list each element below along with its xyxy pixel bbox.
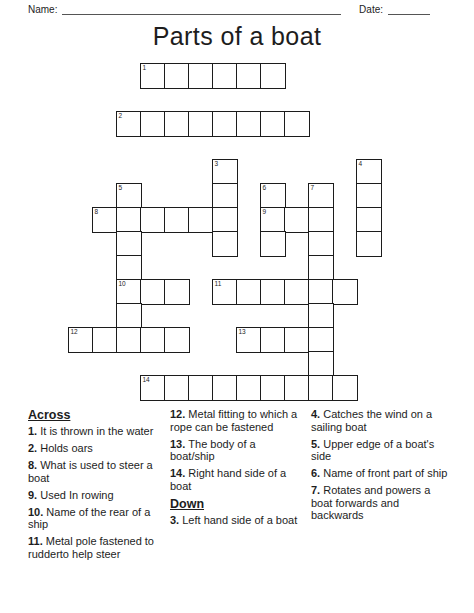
grid-cell-r13c3[interactable]: 14 — [140, 375, 166, 401]
grid-cell-r11c4[interactable] — [164, 327, 190, 353]
grid-cell-r5c10[interactable]: 7 — [308, 183, 334, 209]
clue-number-label: 6. — [311, 467, 323, 479]
grid-cell-r2c2[interactable]: 2 — [116, 111, 142, 137]
clue-1: 1. It is thrown in the water — [28, 425, 158, 438]
grid-cell-r6c5[interactable] — [188, 207, 214, 233]
clue-8: 8. What is used to steer a boat — [28, 459, 158, 484]
grid-cell-r9c11[interactable] — [332, 279, 358, 305]
grid-cell-r0c5[interactable] — [188, 63, 214, 89]
grid-cell-r5c2[interactable]: 5 — [116, 183, 142, 209]
grid-cell-r0c3[interactable]: 1 — [140, 63, 166, 89]
crossword-grid: 1234567891011121314 — [68, 63, 382, 401]
cell-number: 4 — [359, 160, 363, 168]
header: Name: Date: — [28, 3, 430, 15]
clue-9: 9. Used In rowing — [28, 489, 158, 502]
grid-cell-r4c12[interactable]: 4 — [356, 159, 382, 185]
cell-number: 5 — [119, 184, 123, 192]
grid-cell-r9c9[interactable] — [284, 279, 310, 305]
grid-cell-r13c6[interactable] — [212, 375, 238, 401]
grid-cell-r9c6[interactable]: 11 — [212, 279, 238, 305]
cell-number: 8 — [95, 208, 99, 216]
cell-number: 12 — [71, 328, 78, 336]
cell-number: 13 — [239, 328, 246, 336]
cell-number: 14 — [143, 376, 150, 384]
clues-column-2: 12. Metal fitting to which a rope can be… — [170, 408, 299, 565]
clue-number-label: 11. — [28, 535, 46, 547]
grid-cell-r11c3[interactable] — [140, 327, 166, 353]
grid-cell-r7c10[interactable] — [308, 231, 334, 257]
cell-number: 10 — [119, 280, 126, 288]
cell-number: 11 — [215, 280, 222, 288]
grid-cell-r0c8[interactable] — [260, 63, 286, 89]
clue-14: 14. Right hand side of a boat — [170, 467, 299, 492]
date-label: Date: — [359, 4, 388, 15]
clue-number-label: 14. — [170, 467, 188, 479]
grid-cell-r2c7[interactable] — [236, 111, 262, 137]
grid-cell-r13c11[interactable] — [332, 375, 358, 401]
grid-cell-r9c8[interactable] — [260, 279, 286, 305]
grid-cell-r13c10[interactable] — [308, 375, 334, 401]
puzzle-title: Parts of a boat — [0, 22, 474, 51]
clue-2: 2. Holds oars — [28, 442, 158, 455]
clue-13: 13. The body of a boat/ship — [170, 438, 299, 463]
grid-cell-r5c8[interactable]: 6 — [260, 183, 286, 209]
grid-cell-r0c6[interactable] — [212, 63, 238, 89]
grid-cell-r11c2[interactable] — [116, 327, 142, 353]
grid-cell-r9c3[interactable] — [140, 279, 166, 305]
date-blank-line — [388, 3, 430, 15]
grid-cell-r0c7[interactable] — [236, 63, 262, 89]
grid-cell-r5c6[interactable] — [212, 183, 238, 209]
name-label: Name: — [28, 4, 62, 15]
grid-cell-r5c12[interactable] — [356, 183, 382, 209]
clue-number-label: 1. — [28, 425, 40, 437]
worksheet-page: { "page": { "name_label": "Name:", "date… — [0, 0, 474, 613]
grid-cell-r13c9[interactable] — [284, 375, 310, 401]
clue-11: 11. Metal pole fastened to rudderto help… — [28, 535, 158, 560]
grid-cell-r2c9[interactable] — [284, 111, 310, 137]
grid-cell-r4c6[interactable]: 3 — [212, 159, 238, 185]
clue-12: 12. Metal fitting to which a rope can be… — [170, 408, 299, 433]
clue-number-label: 8. — [28, 459, 40, 471]
grid-cell-r6c8[interactable]: 9 — [260, 207, 286, 233]
clue-10: 10. Name of the rear of a ship — [28, 506, 158, 531]
grid-cell-r10c2[interactable] — [116, 303, 142, 329]
clue-number-label: 4. — [311, 408, 323, 420]
cell-number: 1 — [143, 64, 147, 72]
grid-cell-r11c10[interactable] — [308, 327, 334, 353]
grid-cell-r8c10[interactable] — [308, 255, 334, 281]
grid-cell-r13c4[interactable] — [164, 375, 190, 401]
grid-cell-r6c1[interactable]: 8 — [92, 207, 118, 233]
clue-4: 4. Catches the wind on a sailing boat — [311, 408, 448, 433]
grid-cell-r9c4[interactable] — [164, 279, 190, 305]
grid-cell-r8c2[interactable] — [116, 255, 142, 281]
grid-cell-r6c3[interactable] — [140, 207, 166, 233]
grid-cell-r11c7[interactable]: 13 — [236, 327, 262, 353]
name-blank-line — [62, 3, 341, 15]
grid-cell-r2c3[interactable] — [140, 111, 166, 137]
clue-section-header: Down — [170, 497, 299, 511]
grid-cell-r7c8[interactable] — [260, 231, 286, 257]
grid-cell-r13c8[interactable] — [260, 375, 286, 401]
clue-number-label: 13. — [170, 438, 188, 450]
clue-3: 3. Left hand side of a boat — [170, 514, 299, 527]
grid-cell-r7c2[interactable] — [116, 231, 142, 257]
grid-cell-r2c6[interactable] — [212, 111, 238, 137]
grid-cell-r10c10[interactable] — [308, 303, 334, 329]
clue-number-label: 5. — [311, 438, 323, 450]
grid-cell-r9c10[interactable] — [308, 279, 334, 305]
grid-cell-r11c0[interactable]: 12 — [68, 327, 94, 353]
grid-cell-r12c10[interactable] — [308, 351, 334, 377]
clues-section: Across1. It is thrown in the water2. Hol… — [28, 408, 448, 565]
grid-cell-r6c12[interactable] — [356, 207, 382, 233]
grid-cell-r9c2[interactable]: 10 — [116, 279, 142, 305]
grid-cell-r7c6[interactable] — [212, 231, 238, 257]
clue-number-label: 9. — [28, 489, 40, 501]
grid-cell-r2c4[interactable] — [164, 111, 190, 137]
grid-cell-r7c12[interactable] — [356, 231, 382, 257]
grid-cell-r11c8[interactable] — [260, 327, 286, 353]
grid-cell-r13c7[interactable] — [236, 375, 262, 401]
grid-cell-r6c9[interactable] — [284, 207, 310, 233]
grid-cell-r6c4[interactable] — [164, 207, 190, 233]
grid-cell-r2c8[interactable] — [260, 111, 286, 137]
clue-5: 5. Upper edge of a boat's side — [311, 438, 448, 463]
clues-column-3: 4. Catches the wind on a sailing boat5. … — [311, 408, 448, 565]
clue-7: 7. Rotates and powers a boat forwards an… — [311, 484, 448, 522]
cell-number: 9 — [263, 208, 267, 216]
grid-cell-r11c1[interactable] — [92, 327, 118, 353]
grid-cell-r6c6[interactable] — [212, 207, 238, 233]
grid-cell-r9c7[interactable] — [236, 279, 262, 305]
cell-number: 6 — [263, 184, 267, 192]
clue-number-label: 7. — [311, 484, 323, 496]
clue-section-header: Across — [28, 408, 158, 422]
grid-cell-r6c10[interactable] — [308, 207, 334, 233]
cell-number: 3 — [215, 160, 219, 168]
grid-cell-r11c9[interactable] — [284, 327, 310, 353]
clue-number-label: 3. — [170, 514, 182, 526]
clue-number-label: 10. — [28, 506, 46, 518]
cell-number: 7 — [311, 184, 315, 192]
grid-cell-r6c2[interactable] — [116, 207, 142, 233]
grid-cell-r0c4[interactable] — [164, 63, 190, 89]
clue-6: 6. Name of front part of ship — [311, 467, 448, 480]
cell-number: 2 — [119, 112, 123, 120]
grid-cell-r2c5[interactable] — [188, 111, 214, 137]
clue-number-label: 12. — [170, 408, 188, 420]
clue-number-label: 2. — [28, 442, 40, 454]
grid-cell-r13c5[interactable] — [188, 375, 214, 401]
clues-column-1: Across1. It is thrown in the water2. Hol… — [28, 408, 158, 565]
